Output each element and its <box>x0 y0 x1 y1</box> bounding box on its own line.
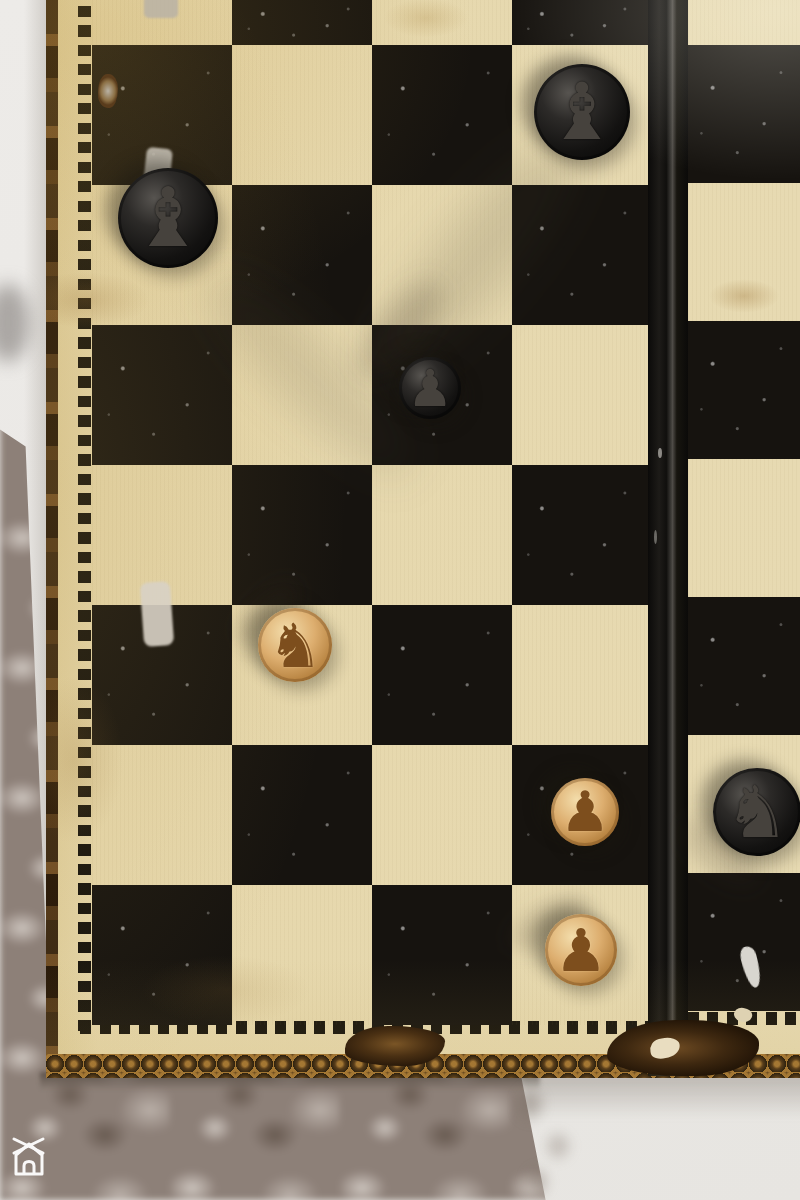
white-pawn-glyph: ♟ <box>555 921 608 980</box>
square-b4[interactable] <box>232 465 372 605</box>
piece-black-bishop-d7[interactable]: ♝ <box>534 64 630 160</box>
square-e7[interactable] <box>688 45 800 183</box>
square-e1[interactable] <box>688 873 800 1011</box>
square-b1[interactable] <box>232 885 372 1025</box>
square-b2[interactable] <box>232 745 372 885</box>
piece-white-knight-b3[interactable]: ♞ <box>258 608 332 682</box>
piece-white-pawn-d1[interactable]: ♟ <box>545 914 617 986</box>
white-pawn-glyph: ♟ <box>560 784 610 840</box>
board-right-panel <box>688 0 800 1011</box>
square-b6[interactable] <box>232 185 372 325</box>
square-c6[interactable] <box>372 185 512 325</box>
square-c1[interactable] <box>372 885 512 1025</box>
hinge-scuff <box>654 530 657 544</box>
square-b8[interactable] <box>232 0 372 45</box>
piece-white-pawn-d2[interactable]: ♟ <box>551 778 619 846</box>
square-d8[interactable] <box>512 0 648 45</box>
dashed-border-left <box>78 6 91 1032</box>
square-e3[interactable] <box>688 597 800 735</box>
black-bishop-glyph: ♝ <box>131 177 205 259</box>
square-b5[interactable] <box>232 325 372 465</box>
square-d5[interactable] <box>512 325 648 465</box>
square-c7[interactable] <box>372 45 512 185</box>
square-d4[interactable] <box>512 465 648 605</box>
tape-patch <box>140 581 174 647</box>
square-e5[interactable] <box>688 321 800 459</box>
black-knight-glyph: ♞ <box>725 776 790 848</box>
black-pawn-glyph: ♟ <box>407 363 453 414</box>
square-e8[interactable] <box>688 0 800 45</box>
torn-paper <box>98 74 118 108</box>
square-d3[interactable] <box>512 605 648 745</box>
hinge-scuff <box>658 448 662 458</box>
black-bishop-glyph: ♝ <box>547 73 618 152</box>
piece-black-knight-e2[interactable]: ♞ <box>713 768 800 856</box>
square-e6[interactable] <box>688 183 800 321</box>
torn-paper-wood-showing <box>607 1020 759 1076</box>
carpet-edge-blur <box>516 1080 586 1200</box>
square-c4[interactable] <box>372 465 512 605</box>
square-c2[interactable] <box>372 745 512 885</box>
square-d6[interactable] <box>512 185 648 325</box>
piece-black-pawn-c5[interactable]: ♟ <box>399 357 461 419</box>
square-e4[interactable] <box>688 459 800 597</box>
square-c3[interactable] <box>372 605 512 745</box>
torn-paper-wood-showing <box>345 1026 445 1066</box>
house-logo-watermark <box>10 1136 48 1178</box>
white-knight-glyph: ♞ <box>268 615 323 676</box>
tape-patch <box>144 0 178 18</box>
square-c8[interactable] <box>372 0 512 45</box>
piece-black-bishop-a6[interactable]: ♝ <box>118 168 218 268</box>
chessboard-box <box>46 0 800 1078</box>
square-a5[interactable] <box>92 325 232 465</box>
square-b7[interactable] <box>232 45 372 185</box>
square-a1[interactable] <box>92 885 232 1025</box>
square-a2[interactable] <box>92 745 232 885</box>
photo-scene: ♝♝♟♞♟♞♟ <box>0 0 800 1200</box>
